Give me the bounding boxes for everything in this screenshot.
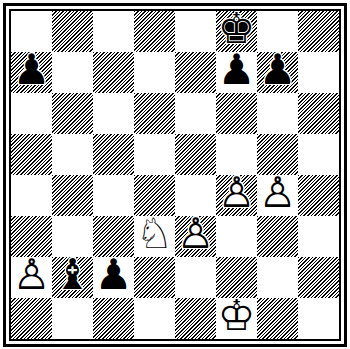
square-g2[interactable] [257,257,298,298]
square-h8[interactable] [298,11,339,52]
white-pawn-icon: ♟♙ [175,216,216,257]
square-b2[interactable]: ♝ [52,257,93,298]
square-d8[interactable] [134,11,175,52]
square-h5[interactable] [298,134,339,175]
square-h6[interactable] [298,93,339,134]
square-g4[interactable]: ♟♙ [257,175,298,216]
square-a8[interactable] [11,11,52,52]
square-d2[interactable] [134,257,175,298]
square-g5[interactable] [257,134,298,175]
white-pawn-icon: ♟♙ [257,175,298,216]
square-a4[interactable] [11,175,52,216]
square-a6[interactable] [11,93,52,134]
square-g7[interactable]: ♟ [257,52,298,93]
square-f8[interactable]: ♚ [216,11,257,52]
board-inner-frame: ♚♟♟♟♟♙♟♙♞♘♟♙♟♙♝♟♚♔ [9,9,341,341]
square-d6[interactable] [134,93,175,134]
square-e3[interactable]: ♟♙ [175,216,216,257]
square-a7[interactable]: ♟ [11,52,52,93]
black-pawn-icon: ♟ [257,52,298,93]
square-h4[interactable] [298,175,339,216]
square-f4[interactable]: ♟♙ [216,175,257,216]
square-d5[interactable] [134,134,175,175]
black-pawn-icon: ♟ [11,52,52,93]
square-e5[interactable] [175,134,216,175]
square-b1[interactable] [52,298,93,339]
square-c4[interactable] [93,175,134,216]
square-h7[interactable] [298,52,339,93]
square-f3[interactable] [216,216,257,257]
square-a3[interactable] [11,216,52,257]
square-d4[interactable] [134,175,175,216]
chess-diagram: ♚♟♟♟♟♙♟♙♞♘♟♙♟♙♝♟♚♔ [0,0,350,349]
square-g6[interactable] [257,93,298,134]
square-c7[interactable] [93,52,134,93]
black-king-icon: ♚ [216,11,257,52]
square-g1[interactable] [257,298,298,339]
square-f5[interactable] [216,134,257,175]
white-king-icon: ♚♔ [216,298,257,339]
square-c6[interactable] [93,93,134,134]
square-b8[interactable] [52,11,93,52]
square-e4[interactable] [175,175,216,216]
black-bishop-icon: ♝ [52,257,93,298]
square-g8[interactable] [257,11,298,52]
white-knight-icon: ♞♘ [134,216,175,257]
square-b5[interactable] [52,134,93,175]
square-e6[interactable] [175,93,216,134]
square-b6[interactable] [52,93,93,134]
square-a2[interactable]: ♟♙ [11,257,52,298]
square-d3[interactable]: ♞♘ [134,216,175,257]
square-b4[interactable] [52,175,93,216]
square-b7[interactable] [52,52,93,93]
square-e8[interactable] [175,11,216,52]
square-h3[interactable] [298,216,339,257]
white-pawn-icon: ♟♙ [11,257,52,298]
square-a5[interactable] [11,134,52,175]
square-f6[interactable] [216,93,257,134]
square-h2[interactable] [298,257,339,298]
square-e7[interactable] [175,52,216,93]
chess-board: ♚♟♟♟♟♙♟♙♞♘♟♙♟♙♝♟♚♔ [11,11,339,339]
square-d7[interactable] [134,52,175,93]
square-g3[interactable] [257,216,298,257]
square-e1[interactable] [175,298,216,339]
white-pawn-icon: ♟♙ [216,175,257,216]
square-b3[interactable] [52,216,93,257]
black-pawn-icon: ♟ [216,52,257,93]
square-c2[interactable]: ♟ [93,257,134,298]
square-c1[interactable] [93,298,134,339]
square-f2[interactable] [216,257,257,298]
board-outer-frame: ♚♟♟♟♟♙♟♙♞♘♟♙♟♙♝♟♚♔ [3,3,347,347]
square-f1[interactable]: ♚♔ [216,298,257,339]
square-c8[interactable] [93,11,134,52]
square-c5[interactable] [93,134,134,175]
square-h1[interactable] [298,298,339,339]
square-a1[interactable] [11,298,52,339]
square-d1[interactable] [134,298,175,339]
square-f7[interactable]: ♟ [216,52,257,93]
black-pawn-icon: ♟ [93,257,134,298]
square-c3[interactable] [93,216,134,257]
square-e2[interactable] [175,257,216,298]
